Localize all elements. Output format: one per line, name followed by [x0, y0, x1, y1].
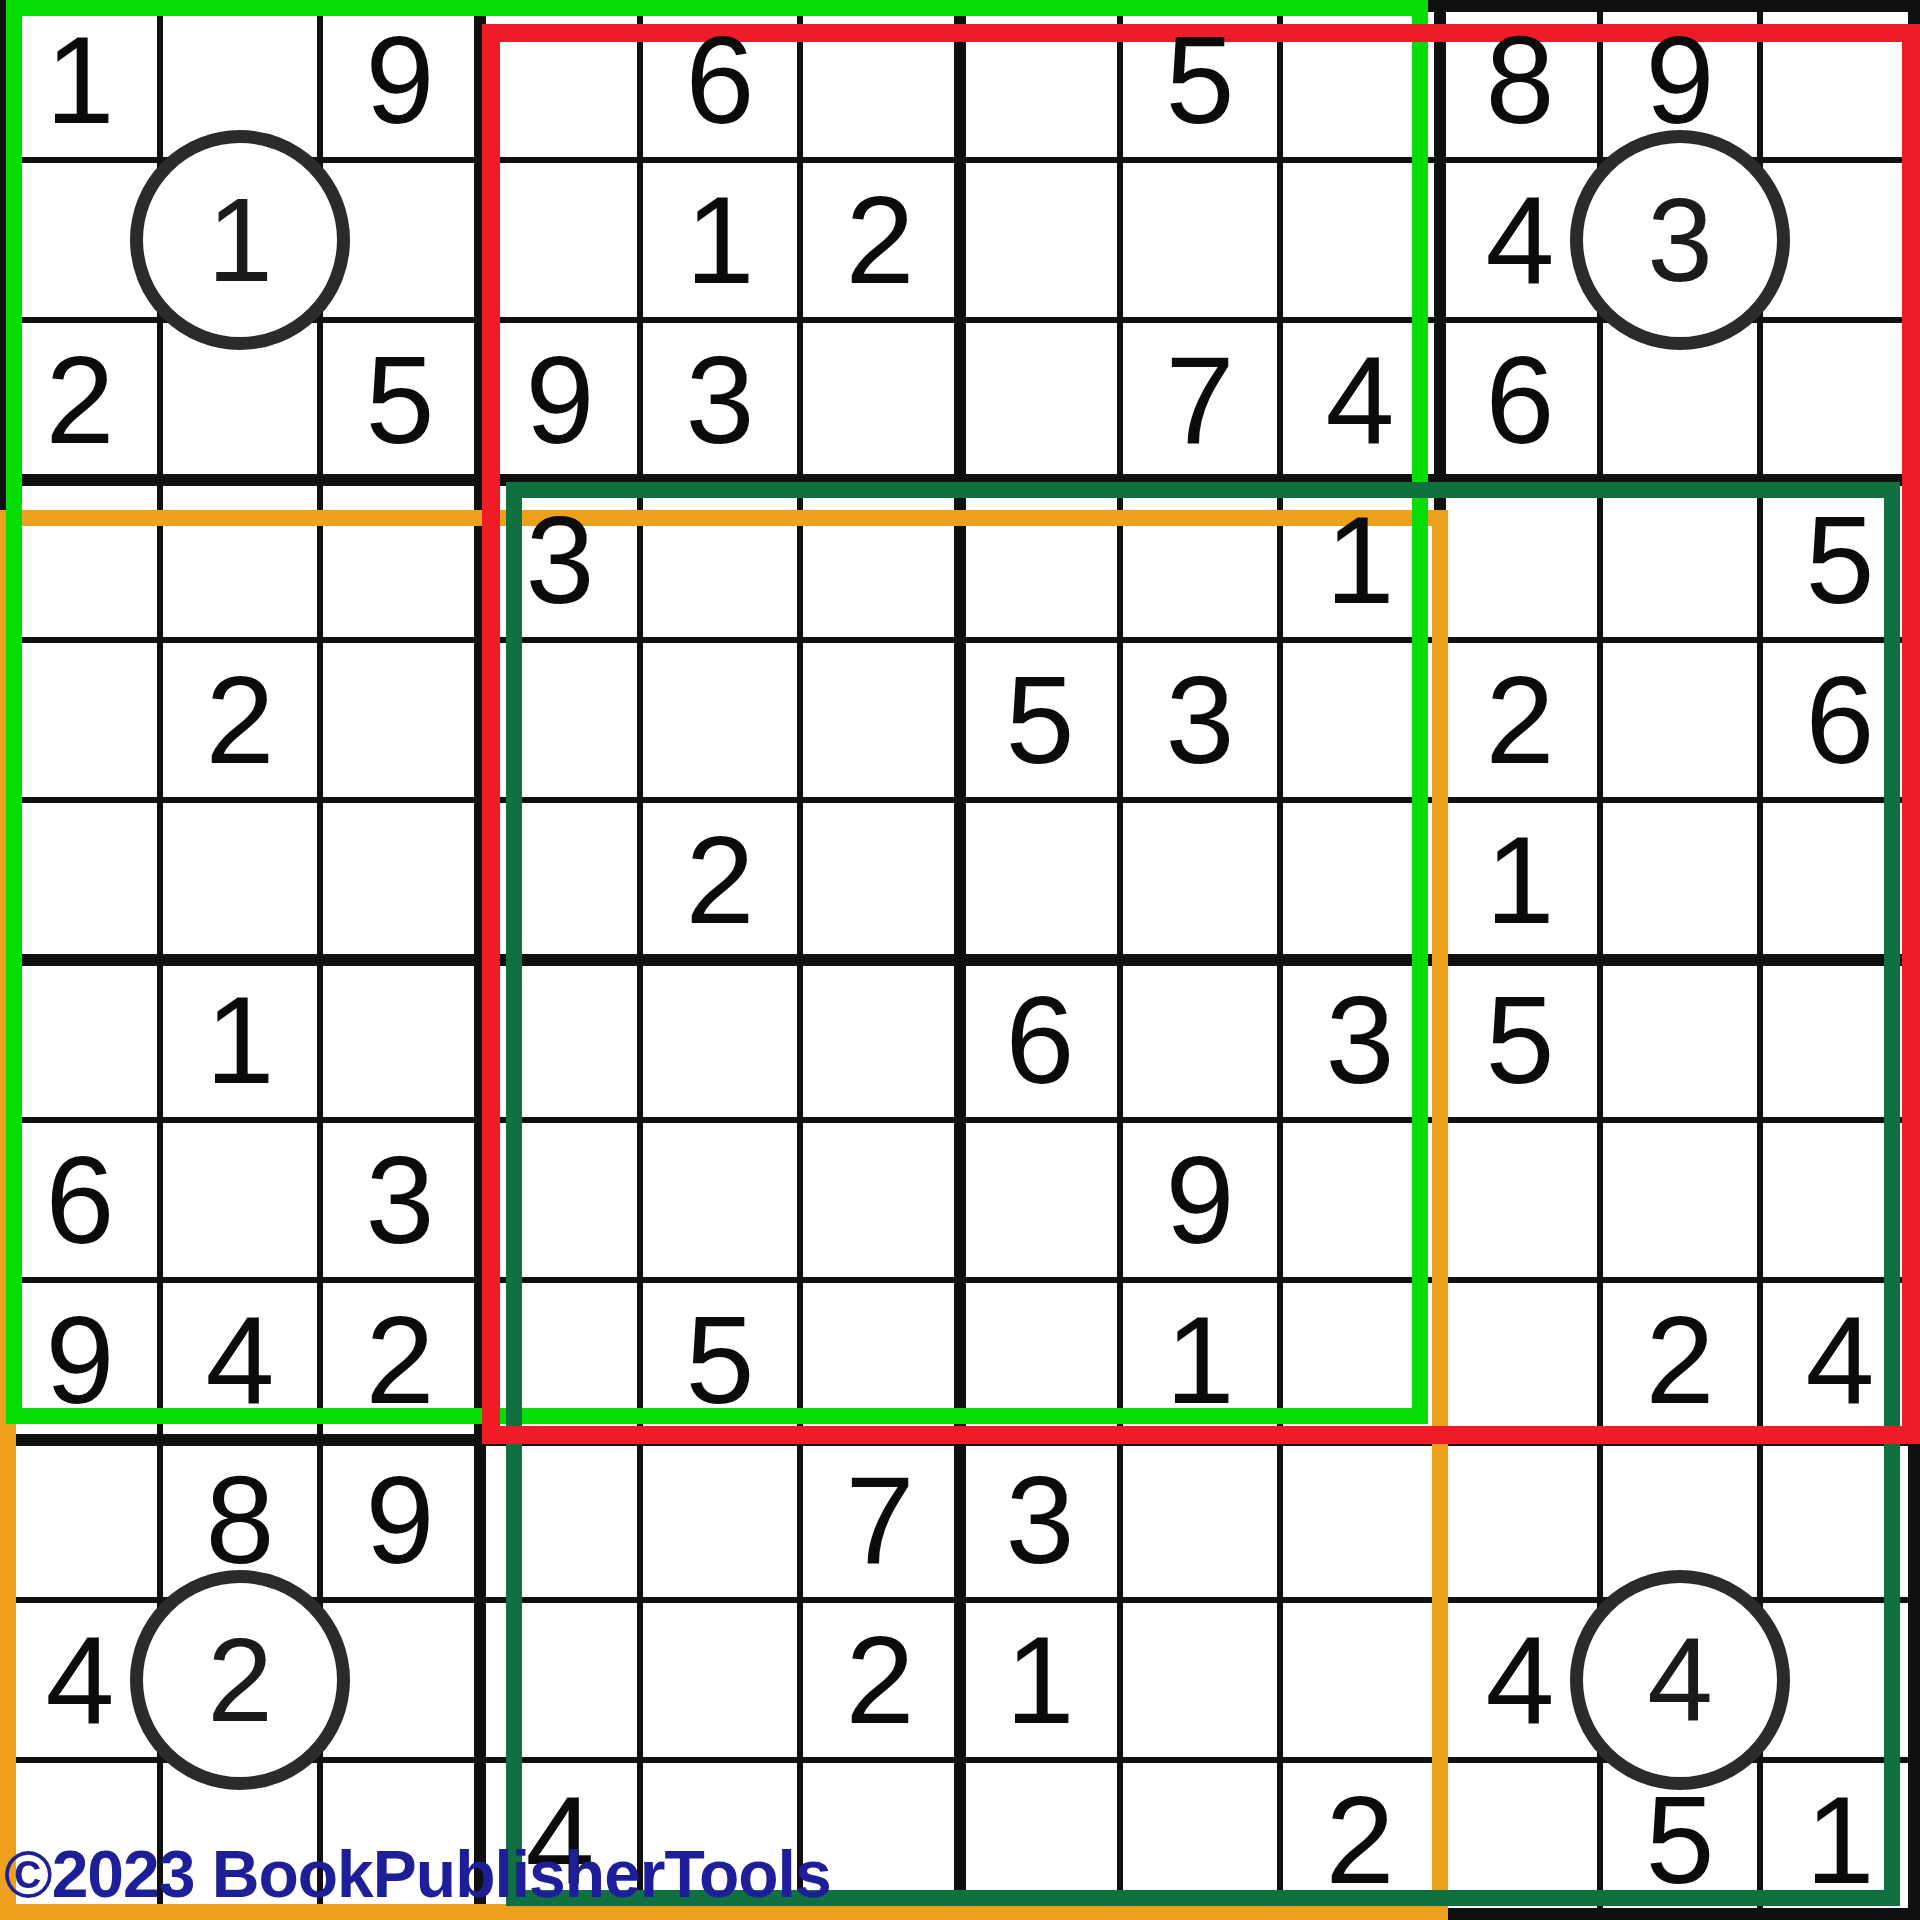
- cell-r2c11[interactable]: [1600, 160, 1760, 320]
- cell-r7c7: 6: [960, 960, 1120, 1120]
- cell-r5c12: 6: [1760, 640, 1920, 800]
- cell-r6c9[interactable]: [1280, 800, 1440, 960]
- cell-r7c6[interactable]: [800, 960, 960, 1120]
- cell-r11c4[interactable]: [480, 1600, 640, 1760]
- cell-r10c8[interactable]: [1120, 1440, 1280, 1600]
- cell-r8c10[interactable]: [1440, 1120, 1600, 1280]
- cell-r12c8[interactable]: [1120, 1760, 1280, 1920]
- cell-r3c11[interactable]: [1600, 320, 1760, 480]
- cell-r6c5: 2: [640, 800, 800, 960]
- cell-r4c9: 1: [1280, 480, 1440, 640]
- cell-r11c12[interactable]: [1760, 1600, 1920, 1760]
- cell-r12c11: 5: [1600, 1760, 1760, 1920]
- cell-r5c6[interactable]: [800, 640, 960, 800]
- cell-r6c8[interactable]: [1120, 800, 1280, 960]
- cell-r12c12: 1: [1760, 1760, 1920, 1920]
- cell-r11c6: 2: [800, 1600, 960, 1760]
- cell-r10c12[interactable]: [1760, 1440, 1920, 1600]
- cell-r6c7[interactable]: [960, 800, 1120, 960]
- cell-r2c5: 1: [640, 160, 800, 320]
- copyright-text: ©2023 BookPublisherTools: [4, 1838, 831, 1910]
- cell-r4c10[interactable]: [1440, 480, 1600, 640]
- cell-r7c4[interactable]: [480, 960, 640, 1120]
- cell-r1c5: 6: [640, 0, 800, 160]
- cell-r7c9: 3: [1280, 960, 1440, 1120]
- cell-r10c2: 8: [160, 1440, 320, 1600]
- cell-r7c1[interactable]: [0, 960, 160, 1120]
- cell-r3c5: 3: [640, 320, 800, 480]
- cell-r2c1[interactable]: [0, 160, 160, 320]
- cell-r4c12: 5: [1760, 480, 1920, 640]
- cell-r5c8: 3: [1120, 640, 1280, 800]
- cell-r3c6[interactable]: [800, 320, 960, 480]
- cell-r7c10: 5: [1440, 960, 1600, 1120]
- cell-r2c10: 4: [1440, 160, 1600, 320]
- cell-r9c6[interactable]: [800, 1280, 960, 1440]
- cell-r9c7[interactable]: [960, 1280, 1120, 1440]
- cell-r6c6[interactable]: [800, 800, 960, 960]
- cell-r1c2[interactable]: [160, 0, 320, 160]
- cell-r10c10[interactable]: [1440, 1440, 1600, 1600]
- cell-r2c6: 2: [800, 160, 960, 320]
- cell-r1c7[interactable]: [960, 0, 1120, 160]
- cell-r10c3: 9: [320, 1440, 480, 1600]
- cell-r6c12[interactable]: [1760, 800, 1920, 960]
- cell-r4c6[interactable]: [800, 480, 960, 640]
- cell-r8c7[interactable]: [960, 1120, 1120, 1280]
- cell-r11c8[interactable]: [1120, 1600, 1280, 1760]
- cell-r9c1: 9: [0, 1280, 160, 1440]
- cell-r10c9[interactable]: [1280, 1440, 1440, 1600]
- cell-r1c9[interactable]: [1280, 0, 1440, 160]
- cell-r2c3[interactable]: [320, 160, 480, 320]
- cell-r7c11[interactable]: [1600, 960, 1760, 1120]
- cell-r8c11[interactable]: [1600, 1120, 1760, 1280]
- cell-r1c4[interactable]: [480, 0, 640, 160]
- cell-r2c2[interactable]: [160, 160, 320, 320]
- cell-r3c3: 5: [320, 320, 480, 480]
- cell-r11c9[interactable]: [1280, 1600, 1440, 1760]
- cell-r10c7: 3: [960, 1440, 1120, 1600]
- cell-r11c2[interactable]: [160, 1600, 320, 1760]
- cell-r9c4[interactable]: [480, 1280, 640, 1440]
- cell-r4c8[interactable]: [1120, 480, 1280, 640]
- cell-r1c1: 1: [0, 0, 160, 160]
- cell-r11c10: 4: [1440, 1600, 1600, 1760]
- cell-r12c9: 2: [1280, 1760, 1440, 1920]
- cell-r1c12[interactable]: [1760, 0, 1920, 160]
- cell-r9c9[interactable]: [1280, 1280, 1440, 1440]
- cell-r2c9[interactable]: [1280, 160, 1440, 320]
- cell-r7c2: 1: [160, 960, 320, 1120]
- cell-r5c9[interactable]: [1280, 640, 1440, 800]
- cell-r11c1: 4: [0, 1600, 160, 1760]
- cell-r6c3[interactable]: [320, 800, 480, 960]
- cell-r5c3[interactable]: [320, 640, 480, 800]
- cell-r6c2[interactable]: [160, 800, 320, 960]
- cell-r4c3[interactable]: [320, 480, 480, 640]
- cell-r4c1[interactable]: [0, 480, 160, 640]
- cell-r10c6: 7: [800, 1440, 960, 1600]
- cell-r9c11: 2: [1600, 1280, 1760, 1440]
- cell-r4c5[interactable]: [640, 480, 800, 640]
- cell-r9c12: 4: [1760, 1280, 1920, 1440]
- cell-r5c7: 5: [960, 640, 1120, 800]
- cell-r8c1: 6: [0, 1120, 160, 1280]
- cell-r1c10: 8: [1440, 0, 1600, 160]
- cell-r3c4: 9: [480, 320, 640, 480]
- cell-r5c4[interactable]: [480, 640, 640, 800]
- cell-r10c1[interactable]: [0, 1440, 160, 1600]
- cell-r12c10[interactable]: [1440, 1760, 1600, 1920]
- cell-r1c8: 5: [1120, 0, 1280, 160]
- cell-r11c11[interactable]: [1600, 1600, 1760, 1760]
- cell-r1c11: 9: [1600, 0, 1760, 160]
- sudoku-board: 1 2 3 4 ©2023 BookPublisherTools 1965891…: [0, 0, 1920, 1920]
- cell-r1c6[interactable]: [800, 0, 960, 160]
- cell-r3c7[interactable]: [960, 320, 1120, 480]
- cell-r4c4: 3: [480, 480, 640, 640]
- cell-r6c1[interactable]: [0, 800, 160, 960]
- cell-r8c5[interactable]: [640, 1120, 800, 1280]
- cell-r2c8[interactable]: [1120, 160, 1280, 320]
- cell-r2c7[interactable]: [960, 160, 1120, 320]
- cell-r5c2: 2: [160, 640, 320, 800]
- cell-r5c11[interactable]: [1600, 640, 1760, 800]
- cell-r9c2: 4: [160, 1280, 320, 1440]
- cell-r8c2[interactable]: [160, 1120, 320, 1280]
- cell-r7c5[interactable]: [640, 960, 800, 1120]
- cell-r9c5: 5: [640, 1280, 800, 1440]
- cell-r3c10: 6: [1440, 320, 1600, 480]
- cell-r6c10: 1: [1440, 800, 1600, 960]
- cell-r10c5[interactable]: [640, 1440, 800, 1600]
- cell-r9c8: 1: [1120, 1280, 1280, 1440]
- cell-r6c4[interactable]: [480, 800, 640, 960]
- cell-r1c3: 9: [320, 0, 480, 160]
- cell-r8c8: 9: [1120, 1120, 1280, 1280]
- cell-r8c12[interactable]: [1760, 1120, 1920, 1280]
- cell-r5c1[interactable]: [0, 640, 160, 800]
- cell-r12c7[interactable]: [960, 1760, 1120, 1920]
- cell-r7c12[interactable]: [1760, 960, 1920, 1120]
- cell-r3c2[interactable]: [160, 320, 320, 480]
- cell-r5c5[interactable]: [640, 640, 800, 800]
- cell-r4c2[interactable]: [160, 480, 320, 640]
- cell-r3c12[interactable]: [1760, 320, 1920, 480]
- cell-r4c7[interactable]: [960, 480, 1120, 640]
- cell-r3c8: 7: [1120, 320, 1280, 480]
- cell-r2c12[interactable]: [1760, 160, 1920, 320]
- cell-r8c9[interactable]: [1280, 1120, 1440, 1280]
- cell-r10c11[interactable]: [1600, 1440, 1760, 1600]
- cell-r3c9: 4: [1280, 320, 1440, 480]
- cell-r11c7: 1: [960, 1600, 1120, 1760]
- cell-r7c8[interactable]: [1120, 960, 1280, 1120]
- cell-r8c6[interactable]: [800, 1120, 960, 1280]
- cell-r5c10: 2: [1440, 640, 1600, 800]
- cell-r11c3[interactable]: [320, 1600, 480, 1760]
- cell-r7c3[interactable]: [320, 960, 480, 1120]
- cell-r4c11[interactable]: [1600, 480, 1760, 640]
- cell-r10c4[interactable]: [480, 1440, 640, 1600]
- cell-r6c11[interactable]: [1600, 800, 1760, 960]
- cell-r11c5[interactable]: [640, 1600, 800, 1760]
- cell-r8c4[interactable]: [480, 1120, 640, 1280]
- cell-r3c1: 2: [0, 320, 160, 480]
- cell-r8c3: 3: [320, 1120, 480, 1280]
- cell-r9c3: 2: [320, 1280, 480, 1440]
- cell-r2c4[interactable]: [480, 160, 640, 320]
- cell-r9c10[interactable]: [1440, 1280, 1600, 1440]
